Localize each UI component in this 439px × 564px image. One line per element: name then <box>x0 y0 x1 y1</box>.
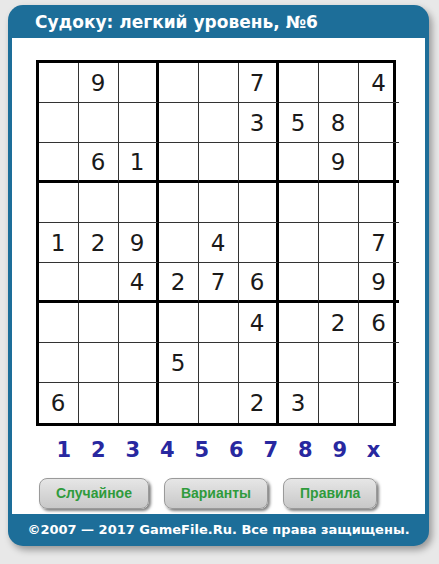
sudoku-cell-r1c4[interactable] <box>159 63 199 103</box>
sudoku-cell-r3c2[interactable]: 6 <box>79 143 119 183</box>
number-selector-row: 123456789x <box>57 440 381 461</box>
sudoku-cell-r3c8[interactable]: 9 <box>319 143 359 183</box>
sudoku-cell-r7c2[interactable] <box>79 303 119 343</box>
sudoku-cell-r9c7[interactable]: 3 <box>279 383 319 423</box>
sudoku-cell-r8c5[interactable] <box>199 343 239 383</box>
sudoku-cell-r8c9[interactable] <box>359 343 399 383</box>
number-button-8[interactable]: 8 <box>298 440 313 461</box>
sudoku-cell-r4c1[interactable] <box>39 183 79 223</box>
rules-button[interactable]: Правила <box>283 478 377 509</box>
sudoku-cell-r5c4[interactable] <box>159 223 199 263</box>
sudoku-cell-r6c4[interactable]: 2 <box>159 263 199 303</box>
number-button-4[interactable]: 4 <box>160 440 175 461</box>
sudoku-cell-r9c6[interactable]: 2 <box>239 383 279 423</box>
sudoku-cell-r8c7[interactable] <box>279 343 319 383</box>
sudoku-cell-r3c3[interactable]: 1 <box>119 143 159 183</box>
sudoku-cell-r2c4[interactable] <box>159 103 199 143</box>
copyright-text: ©2007 — 2017 GameFile.Ru. Все права защи… <box>8 514 429 546</box>
sudoku-cell-r9c2[interactable] <box>79 383 119 423</box>
sudoku-cell-r8c2[interactable] <box>79 343 119 383</box>
sudoku-cell-r6c7[interactable] <box>279 263 319 303</box>
number-button-6[interactable]: 6 <box>229 440 244 461</box>
sudoku-cell-r2c2[interactable] <box>79 103 119 143</box>
sudoku-cell-r6c5[interactable]: 7 <box>199 263 239 303</box>
sudoku-cell-r9c4[interactable] <box>159 383 199 423</box>
number-button-1[interactable]: 1 <box>57 440 72 461</box>
sudoku-cell-r9c5[interactable] <box>199 383 239 423</box>
panel-body: 97435861912947427694265623 123456789x Сл… <box>12 38 425 514</box>
sudoku-cell-r6c1[interactable] <box>39 263 79 303</box>
sudoku-cell-r1c9[interactable]: 4 <box>359 63 399 103</box>
sudoku-cell-r4c5[interactable] <box>199 183 239 223</box>
number-button-2[interactable]: 2 <box>91 440 106 461</box>
sudoku-cell-r1c5[interactable] <box>199 63 239 103</box>
sudoku-cell-r8c6[interactable] <box>239 343 279 383</box>
sudoku-cell-r3c6[interactable] <box>239 143 279 183</box>
sudoku-cell-r4c3[interactable] <box>119 183 159 223</box>
sudoku-cell-r2c3[interactable] <box>119 103 159 143</box>
sudoku-cell-r9c9[interactable] <box>359 383 399 423</box>
sudoku-cell-r6c6[interactable]: 6 <box>239 263 279 303</box>
sudoku-cell-r7c5[interactable] <box>199 303 239 343</box>
sudoku-grid-wrap: 97435861912947427694265623 <box>36 60 402 426</box>
sudoku-cell-r7c3[interactable] <box>119 303 159 343</box>
sudoku-cell-r8c3[interactable] <box>119 343 159 383</box>
sudoku-cell-r3c7[interactable] <box>279 143 319 183</box>
sudoku-cell-r1c6[interactable]: 7 <box>239 63 279 103</box>
sudoku-cell-r7c9[interactable]: 6 <box>359 303 399 343</box>
sudoku-cell-r1c8[interactable] <box>319 63 359 103</box>
sudoku-cell-r3c1[interactable] <box>39 143 79 183</box>
sudoku-cell-r6c2[interactable] <box>79 263 119 303</box>
variants-button[interactable]: Варианты <box>164 478 268 509</box>
sudoku-cell-r5c3[interactable]: 9 <box>119 223 159 263</box>
sudoku-cell-r2c6[interactable]: 3 <box>239 103 279 143</box>
sudoku-cell-r4c8[interactable] <box>319 183 359 223</box>
sudoku-cell-r7c7[interactable] <box>279 303 319 343</box>
sudoku-cell-r7c4[interactable] <box>159 303 199 343</box>
sudoku-cell-r5c8[interactable] <box>319 223 359 263</box>
sudoku-cell-r6c3[interactable]: 4 <box>119 263 159 303</box>
sudoku-cell-r8c1[interactable] <box>39 343 79 383</box>
sudoku-cell-r6c9[interactable]: 9 <box>359 263 399 303</box>
sudoku-cell-r5c1[interactable]: 1 <box>39 223 79 263</box>
random-button[interactable]: Случайное <box>39 478 149 509</box>
sudoku-cell-r3c5[interactable] <box>199 143 239 183</box>
sudoku-cell-r4c4[interactable] <box>159 183 199 223</box>
number-button-x[interactable]: x <box>367 440 381 461</box>
sudoku-cell-r4c6[interactable] <box>239 183 279 223</box>
sudoku-cell-r1c7[interactable] <box>279 63 319 103</box>
sudoku-cell-r2c7[interactable]: 5 <box>279 103 319 143</box>
sudoku-cell-r6c8[interactable] <box>319 263 359 303</box>
number-button-7[interactable]: 7 <box>263 440 278 461</box>
sudoku-cell-r4c7[interactable] <box>279 183 319 223</box>
sudoku-cell-r3c4[interactable] <box>159 143 199 183</box>
sudoku-cell-r5c7[interactable] <box>279 223 319 263</box>
number-button-5[interactable]: 5 <box>194 440 209 461</box>
sudoku-cell-r3c9[interactable] <box>359 143 399 183</box>
sudoku-panel: Судоку: легкий уровень, №6 9743586191294… <box>8 5 429 546</box>
sudoku-cell-r9c8[interactable] <box>319 383 359 423</box>
sudoku-cell-r7c1[interactable] <box>39 303 79 343</box>
toolbar: СлучайноеВариантыПравила <box>39 478 425 509</box>
sudoku-cell-r2c8[interactable]: 8 <box>319 103 359 143</box>
sudoku-cell-r5c9[interactable]: 7 <box>359 223 399 263</box>
sudoku-cell-r9c3[interactable] <box>119 383 159 423</box>
number-button-9[interactable]: 9 <box>332 440 347 461</box>
sudoku-cell-r5c6[interactable] <box>239 223 279 263</box>
sudoku-cell-r5c5[interactable]: 4 <box>199 223 239 263</box>
number-button-3[interactable]: 3 <box>125 440 140 461</box>
sudoku-cell-r8c4[interactable]: 5 <box>159 343 199 383</box>
sudoku-cell-r1c3[interactable] <box>119 63 159 103</box>
sudoku-cell-r7c8[interactable]: 2 <box>319 303 359 343</box>
sudoku-cell-r4c9[interactable] <box>359 183 399 223</box>
sudoku-cell-r2c9[interactable] <box>359 103 399 143</box>
page-title: Судоку: легкий уровень, №6 <box>8 5 429 38</box>
sudoku-cell-r2c1[interactable] <box>39 103 79 143</box>
sudoku-cell-r9c1[interactable]: 6 <box>39 383 79 423</box>
sudoku-cell-r4c2[interactable] <box>79 183 119 223</box>
sudoku-cell-r1c1[interactable] <box>39 63 79 103</box>
sudoku-cell-r8c8[interactable] <box>319 343 359 383</box>
sudoku-cell-r7c6[interactable]: 4 <box>239 303 279 343</box>
sudoku-grid: 97435861912947427694265623 <box>36 60 396 426</box>
sudoku-cell-r5c2[interactable]: 2 <box>79 223 119 263</box>
sudoku-cell-r2c5[interactable] <box>199 103 239 143</box>
sudoku-cell-r1c2[interactable]: 9 <box>79 63 119 103</box>
